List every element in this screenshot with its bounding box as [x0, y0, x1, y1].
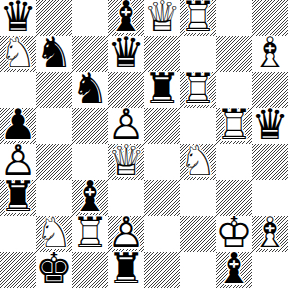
piece-black-king-b1[interactable]: ♚♚	[36, 252, 72, 288]
piece-white-pawn-d5[interactable]: ♟♙	[108, 108, 144, 144]
white-knight-icon: ♘	[179, 140, 217, 182]
square-e8[interactable]: ♛♕	[144, 0, 180, 36]
white-bishop-icon: ♗	[251, 32, 289, 74]
piece-halo: ♟	[0, 140, 37, 182]
white-rook-icon: ♖	[71, 212, 109, 254]
square-d2[interactable]: ♟♙	[108, 216, 144, 252]
piece-white-pawn-d2[interactable]: ♟♙	[108, 216, 144, 252]
square-f6[interactable]: ♜♖	[180, 72, 216, 108]
piece-black-bishop-c3[interactable]: ♝♝	[72, 180, 108, 216]
square-f7[interactable]	[180, 36, 216, 72]
black-pawn-icon: ♟	[0, 104, 37, 146]
piece-black-pawn-a5[interactable]: ♟♟	[0, 108, 36, 144]
piece-black-knight-b7[interactable]: ♞♞	[36, 36, 72, 72]
chess-board: ♛♛♝♝♛♕♜♖♞♘♞♞♛♛♝♗♞♞♜♜♜♖♟♟♟♙♜♖♛♛♟♙♛♕♞♘♜♜♝♝…	[0, 0, 288, 288]
piece-halo: ♞	[179, 140, 217, 182]
square-e7[interactable]	[144, 36, 180, 72]
piece-white-bishop-h7[interactable]: ♝♗	[252, 36, 288, 72]
square-g4[interactable]	[216, 144, 252, 180]
white-queen-icon: ♕	[143, 0, 181, 38]
piece-halo: ♝	[107, 0, 145, 38]
white-bishop-icon: ♗	[251, 212, 289, 254]
square-a7[interactable]: ♞♘	[0, 36, 36, 72]
piece-black-rook-a3[interactable]: ♜♜	[0, 180, 36, 216]
square-f8[interactable]: ♜♖	[180, 0, 216, 36]
piece-white-knight-b2[interactable]: ♞♘	[36, 216, 72, 252]
black-knight-icon: ♞	[35, 32, 73, 74]
piece-halo: ♞	[35, 32, 73, 74]
black-bishop-icon: ♝	[71, 176, 109, 218]
piece-halo: ♜	[179, 68, 217, 110]
square-c8[interactable]	[72, 0, 108, 36]
piece-white-rook-c2[interactable]: ♜♖	[72, 216, 108, 252]
square-g8[interactable]	[216, 0, 252, 36]
black-queen-icon: ♛	[251, 104, 289, 146]
white-pawn-icon: ♙	[0, 140, 37, 182]
square-d8[interactable]: ♝♝	[108, 0, 144, 36]
square-c2[interactable]: ♜♖	[72, 216, 108, 252]
square-b4[interactable]	[36, 144, 72, 180]
square-c3[interactable]: ♝♝	[72, 180, 108, 216]
square-g7[interactable]	[216, 36, 252, 72]
square-g2[interactable]: ♚♔	[216, 216, 252, 252]
black-king-icon: ♚	[35, 248, 73, 288]
square-h8[interactable]	[252, 0, 288, 36]
piece-white-rook-g5[interactable]: ♜♖	[216, 108, 252, 144]
piece-black-rook-e6[interactable]: ♜♜	[144, 72, 180, 108]
square-a4[interactable]: ♟♙	[0, 144, 36, 180]
square-b2[interactable]: ♞♘	[36, 216, 72, 252]
piece-halo: ♟	[0, 104, 37, 146]
square-g1[interactable]: ♝♝	[216, 252, 252, 288]
square-d5[interactable]: ♟♙	[108, 108, 144, 144]
square-f4[interactable]: ♞♘	[180, 144, 216, 180]
piece-halo: ♛	[143, 0, 181, 38]
black-queen-icon: ♛	[0, 0, 37, 38]
piece-halo: ♟	[107, 212, 145, 254]
square-a2[interactable]	[0, 216, 36, 252]
piece-halo: ♜	[71, 212, 109, 254]
piece-white-rook-f8[interactable]: ♜♖	[180, 0, 216, 36]
piece-halo: ♞	[71, 68, 109, 110]
square-b1[interactable]: ♚♚	[36, 252, 72, 288]
square-b8[interactable]	[36, 0, 72, 36]
piece-halo: ♛	[0, 0, 37, 38]
square-g5[interactable]: ♜♖	[216, 108, 252, 144]
square-e5[interactable]	[144, 108, 180, 144]
piece-halo: ♚	[215, 212, 253, 254]
square-a3[interactable]: ♜♜	[0, 180, 36, 216]
piece-halo: ♟	[107, 104, 145, 146]
square-g6[interactable]	[216, 72, 252, 108]
piece-halo: ♚	[35, 248, 73, 288]
white-knight-icon: ♘	[0, 32, 37, 74]
square-h2[interactable]: ♝♗	[252, 216, 288, 252]
white-knight-icon: ♘	[35, 212, 73, 254]
piece-halo: ♜	[0, 176, 37, 218]
piece-white-knight-f4[interactable]: ♞♘	[180, 144, 216, 180]
piece-halo: ♛	[107, 32, 145, 74]
black-bishop-icon: ♝	[107, 0, 145, 38]
square-e6[interactable]: ♜♜	[144, 72, 180, 108]
piece-halo: ♝	[251, 212, 289, 254]
square-c6[interactable]: ♞♞	[72, 72, 108, 108]
white-queen-icon: ♕	[107, 140, 145, 182]
square-c1[interactable]	[72, 252, 108, 288]
square-h4[interactable]	[252, 144, 288, 180]
square-h1[interactable]	[252, 252, 288, 288]
square-h5[interactable]: ♛♛	[252, 108, 288, 144]
square-d6[interactable]	[108, 72, 144, 108]
square-e1[interactable]	[144, 252, 180, 288]
piece-halo: ♝	[215, 248, 253, 288]
square-c5[interactable]	[72, 108, 108, 144]
black-rook-icon: ♜	[0, 176, 37, 218]
square-e2[interactable]	[144, 216, 180, 252]
white-rook-icon: ♖	[215, 104, 253, 146]
square-f5[interactable]	[180, 108, 216, 144]
square-b6[interactable]	[36, 72, 72, 108]
square-e4[interactable]	[144, 144, 180, 180]
piece-black-queen-h5[interactable]: ♛♛	[252, 108, 288, 144]
white-pawn-icon: ♙	[107, 212, 145, 254]
square-a1[interactable]	[0, 252, 36, 288]
piece-halo: ♜	[215, 104, 253, 146]
white-rook-icon: ♖	[179, 68, 217, 110]
square-c4[interactable]	[72, 144, 108, 180]
square-f3[interactable]	[180, 180, 216, 216]
piece-halo: ♜	[179, 0, 217, 38]
piece-black-queen-d7[interactable]: ♛♛	[108, 36, 144, 72]
black-bishop-icon: ♝	[215, 248, 253, 288]
piece-white-queen-e8[interactable]: ♛♕	[144, 0, 180, 36]
square-c7[interactable]	[72, 36, 108, 72]
piece-white-knight-a7[interactable]: ♞♘	[0, 36, 36, 72]
piece-halo: ♝	[71, 176, 109, 218]
piece-black-rook-d1[interactable]: ♜♜	[108, 252, 144, 288]
square-d3[interactable]	[108, 180, 144, 216]
square-f2[interactable]	[180, 216, 216, 252]
black-rook-icon: ♜	[143, 68, 181, 110]
piece-white-bishop-h2[interactable]: ♝♗	[252, 216, 288, 252]
piece-white-king-g2[interactable]: ♚♔	[216, 216, 252, 252]
white-king-icon: ♔	[215, 212, 253, 254]
black-queen-icon: ♛	[107, 32, 145, 74]
piece-halo: ♞	[0, 32, 37, 74]
piece-halo: ♜	[107, 248, 145, 288]
square-h3[interactable]	[252, 180, 288, 216]
square-h6[interactable]	[252, 72, 288, 108]
piece-black-bishop-d8[interactable]: ♝♝	[108, 0, 144, 36]
square-d7[interactable]: ♛♛	[108, 36, 144, 72]
piece-halo: ♛	[251, 104, 289, 146]
square-a6[interactable]	[0, 72, 36, 108]
square-d4[interactable]: ♛♕	[108, 144, 144, 180]
piece-black-queen-a8[interactable]: ♛♛	[0, 0, 36, 36]
piece-black-knight-c6[interactable]: ♞♞	[72, 72, 108, 108]
piece-halo: ♛	[107, 140, 145, 182]
square-a8[interactable]: ♛♛	[0, 0, 36, 36]
piece-halo: ♜	[143, 68, 181, 110]
black-knight-icon: ♞	[71, 68, 109, 110]
square-b5[interactable]	[36, 108, 72, 144]
piece-white-pawn-a4[interactable]: ♟♙	[0, 144, 36, 180]
square-h7[interactable]: ♝♗	[252, 36, 288, 72]
piece-white-rook-f6[interactable]: ♜♖	[180, 72, 216, 108]
square-a5[interactable]: ♟♟	[0, 108, 36, 144]
piece-halo: ♞	[35, 212, 73, 254]
square-d1[interactable]: ♜♜	[108, 252, 144, 288]
square-b7[interactable]: ♞♞	[36, 36, 72, 72]
square-e3[interactable]	[144, 180, 180, 216]
piece-black-bishop-g1[interactable]: ♝♝	[216, 252, 252, 288]
black-rook-icon: ♜	[107, 248, 145, 288]
white-pawn-icon: ♙	[107, 104, 145, 146]
white-rook-icon: ♖	[179, 0, 217, 38]
piece-halo: ♝	[251, 32, 289, 74]
square-g3[interactable]	[216, 180, 252, 216]
square-f1[interactable]	[180, 252, 216, 288]
piece-white-queen-d4[interactable]: ♛♕	[108, 144, 144, 180]
square-b3[interactable]	[36, 180, 72, 216]
